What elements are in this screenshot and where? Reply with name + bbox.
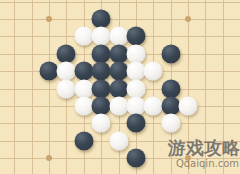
watermark: 游戏攻略 Qqaiqin.com xyxy=(160,138,240,174)
stone-white xyxy=(109,27,128,46)
star-point xyxy=(185,155,191,161)
stone-white xyxy=(126,44,145,63)
stone-black xyxy=(74,131,93,150)
stone-white xyxy=(109,131,128,150)
stone-black xyxy=(109,44,128,63)
gomoku-board[interactable]: 游戏攻略 Qqaiqin.com xyxy=(0,0,240,174)
stone-white xyxy=(144,62,163,81)
stone-black xyxy=(92,96,111,115)
stone-black xyxy=(57,44,76,63)
star-point xyxy=(185,16,191,22)
stone-black xyxy=(92,44,111,63)
stone-white xyxy=(126,96,145,115)
stone-black xyxy=(126,149,145,168)
stone-black xyxy=(161,44,180,63)
stone-white xyxy=(92,27,111,46)
stone-white xyxy=(144,96,163,115)
grid-line-vertical xyxy=(32,0,33,174)
stone-black xyxy=(40,62,59,81)
watermark-site: Qqaiqin.com xyxy=(176,157,239,170)
grid-line-horizontal xyxy=(0,2,240,3)
stone-black xyxy=(92,62,111,81)
stone-black xyxy=(161,79,180,98)
stone-white xyxy=(126,62,145,81)
stone-black xyxy=(109,62,128,81)
stone-black xyxy=(109,79,128,98)
stone-white xyxy=(109,96,128,115)
grid-line-vertical xyxy=(205,0,206,174)
star-point xyxy=(46,16,52,22)
stone-white xyxy=(161,114,180,133)
grid-line-vertical xyxy=(188,0,189,174)
watermark-title: 游戏攻略 xyxy=(168,138,240,157)
stone-white xyxy=(74,79,93,98)
stone-white xyxy=(57,62,76,81)
stone-black xyxy=(161,96,180,115)
stone-white xyxy=(126,79,145,98)
grid-line-horizontal xyxy=(0,158,240,159)
grid-line-vertical xyxy=(223,0,224,174)
star-point xyxy=(46,155,52,161)
stone-white xyxy=(74,96,93,115)
stone-white xyxy=(74,27,93,46)
stone-white xyxy=(92,114,111,133)
stone-white xyxy=(179,96,198,115)
grid-line-vertical xyxy=(14,0,15,174)
stone-black xyxy=(92,79,111,98)
stone-black xyxy=(126,114,145,133)
stone-black xyxy=(126,27,145,46)
stone-black xyxy=(74,62,93,81)
grid-line-vertical xyxy=(49,0,50,174)
grid-line-vertical xyxy=(153,0,154,174)
grid-line-horizontal xyxy=(0,123,240,124)
stone-black xyxy=(92,10,111,29)
stone-white xyxy=(57,79,76,98)
grid-line-horizontal xyxy=(0,19,240,20)
